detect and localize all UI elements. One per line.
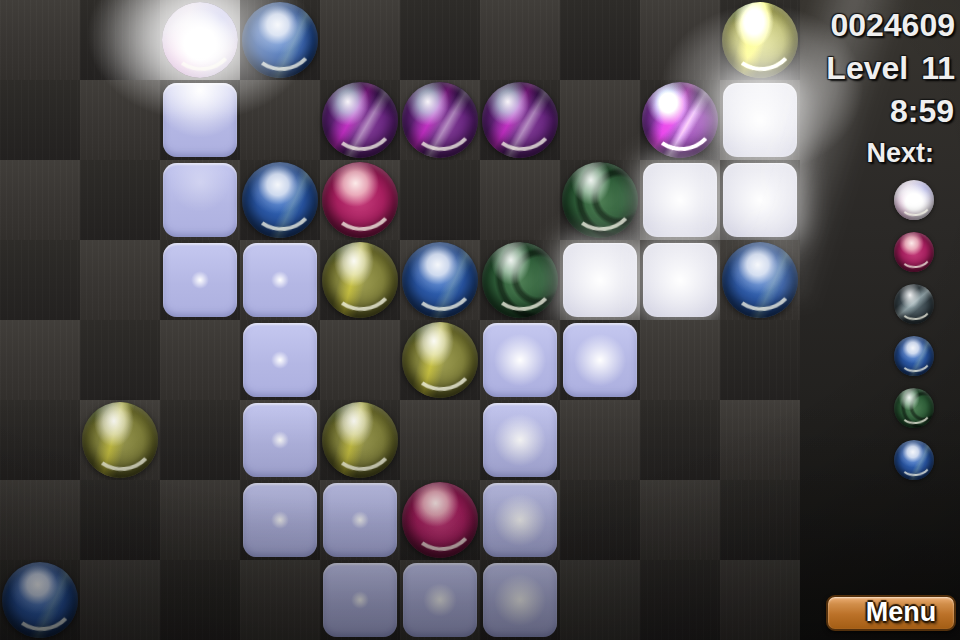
menu-button[interactable]: Menu bbox=[826, 595, 956, 631]
path-tile[interactable] bbox=[163, 243, 237, 317]
board-cell-r2c9[interactable] bbox=[720, 160, 800, 240]
board-cell-r2c3[interactable] bbox=[240, 160, 320, 240]
yellow-marble[interactable] bbox=[322, 402, 398, 478]
blue-marble[interactable] bbox=[242, 2, 318, 78]
glow-tile[interactable] bbox=[163, 83, 237, 157]
board-cell-r6c1[interactable] bbox=[80, 480, 160, 560]
flash-tile[interactable] bbox=[643, 163, 717, 237]
board-cell-r4c0[interactable] bbox=[0, 320, 80, 400]
board-cell-r0c6[interactable] bbox=[480, 0, 560, 80]
board-cell-r6c6[interactable] bbox=[480, 480, 560, 560]
board-cell-r7c2[interactable] bbox=[160, 560, 240, 640]
board-cell-r4c9[interactable] bbox=[720, 320, 800, 400]
board-cell-r4c8[interactable] bbox=[640, 320, 720, 400]
board-cell-r1c5[interactable] bbox=[400, 80, 480, 160]
board-cell-r7c4[interactable] bbox=[320, 560, 400, 640]
yellow-marble[interactable] bbox=[322, 242, 398, 318]
board-cell-r6c0[interactable] bbox=[0, 480, 80, 560]
blue-marble[interactable] bbox=[722, 242, 798, 318]
board-cell-r4c6[interactable] bbox=[480, 320, 560, 400]
board-cell-r1c0[interactable] bbox=[0, 80, 80, 160]
board-cell-r1c7[interactable] bbox=[560, 80, 640, 160]
board-cell-r0c2[interactable] bbox=[160, 0, 240, 80]
board-cell-r0c0[interactable] bbox=[0, 0, 80, 80]
board-cell-r2c8[interactable] bbox=[640, 160, 720, 240]
timer-display: 8:59 bbox=[800, 93, 954, 130]
path-tile[interactable] bbox=[243, 323, 317, 397]
board-cell-r6c2[interactable] bbox=[160, 480, 240, 560]
glow-tile[interactable] bbox=[483, 403, 557, 477]
level-label: Level bbox=[826, 50, 908, 86]
board-cell-r7c1[interactable] bbox=[80, 560, 160, 640]
board-cell-r7c0[interactable] bbox=[0, 560, 80, 640]
path-tile[interactable] bbox=[243, 243, 317, 317]
board-cell-r0c7[interactable] bbox=[560, 0, 640, 80]
board-cell-r4c7[interactable] bbox=[560, 320, 640, 400]
yellow-marble[interactable] bbox=[402, 322, 478, 398]
board-cell-r2c0[interactable] bbox=[0, 160, 80, 240]
board-cell-r3c5[interactable] bbox=[400, 240, 480, 320]
game-screen: 0024609 Level11 8:59 Next: Menu bbox=[0, 0, 960, 640]
glow-tile[interactable] bbox=[483, 563, 557, 637]
board-cell-r0c4[interactable] bbox=[320, 0, 400, 80]
board-cell-r1c4[interactable] bbox=[320, 80, 400, 160]
board-cell-r3c8[interactable] bbox=[640, 240, 720, 320]
board-cell-r4c3[interactable] bbox=[240, 320, 320, 400]
board-cell-r4c2[interactable] bbox=[160, 320, 240, 400]
purple-marble[interactable] bbox=[402, 82, 478, 158]
board-cell-r7c6[interactable] bbox=[480, 560, 560, 640]
board-cell-r5c1[interactable] bbox=[80, 400, 160, 480]
path-tile[interactable] bbox=[403, 563, 477, 637]
board-cell-r0c5[interactable] bbox=[400, 0, 480, 80]
board-cell-r2c7[interactable] bbox=[560, 160, 640, 240]
board-cell-r2c6[interactable] bbox=[480, 160, 560, 240]
board-cell-r1c8[interactable] bbox=[640, 80, 720, 160]
score-display: 0024609 bbox=[801, 7, 955, 44]
board-cell-r0c1[interactable] bbox=[80, 0, 160, 80]
next-queue bbox=[894, 180, 934, 480]
hud-sidebar: 0024609 Level11 8:59 Next: Menu bbox=[800, 0, 960, 640]
board-cell-r5c3[interactable] bbox=[240, 400, 320, 480]
board-cell-r5c8[interactable] bbox=[640, 400, 720, 480]
board-cell-r0c9[interactable] bbox=[720, 0, 800, 80]
board-cell-r3c3[interactable] bbox=[240, 240, 320, 320]
board-cell-r5c9[interactable] bbox=[720, 400, 800, 480]
flash-tile[interactable] bbox=[563, 243, 637, 317]
board-cell-r3c0[interactable] bbox=[0, 240, 80, 320]
board-cell-r5c7[interactable] bbox=[560, 400, 640, 480]
board-cell-r5c4[interactable] bbox=[320, 400, 400, 480]
green-marble-preview bbox=[894, 388, 934, 428]
board-cell-r6c4[interactable] bbox=[320, 480, 400, 560]
purple-marble[interactable] bbox=[482, 82, 558, 158]
yellow-marble[interactable] bbox=[722, 2, 798, 78]
pink-marble-preview bbox=[894, 232, 934, 272]
board-cell-r3c9[interactable] bbox=[720, 240, 800, 320]
board-cell-r1c1[interactable] bbox=[80, 80, 160, 160]
white-marble-preview bbox=[894, 180, 934, 220]
board-cell-r6c5[interactable] bbox=[400, 480, 480, 560]
glow-tile[interactable] bbox=[563, 323, 637, 397]
next-label: Next: bbox=[804, 138, 934, 169]
board-cell-r7c5[interactable] bbox=[400, 560, 480, 640]
path-tile[interactable] bbox=[323, 483, 397, 557]
blue-marble-preview bbox=[894, 336, 934, 376]
board-cell-r5c0[interactable] bbox=[0, 400, 80, 480]
board-cell-r0c8[interactable] bbox=[640, 0, 720, 80]
pink-marble[interactable] bbox=[322, 162, 398, 238]
flash-tile[interactable] bbox=[723, 83, 797, 157]
board-cell-r4c5[interactable] bbox=[400, 320, 480, 400]
blue-marble[interactable] bbox=[402, 242, 478, 318]
board-cell-r6c8[interactable] bbox=[640, 480, 720, 560]
board-cell-r3c2[interactable] bbox=[160, 240, 240, 320]
blue-marble-preview bbox=[894, 440, 934, 480]
flash-tile[interactable] bbox=[723, 163, 797, 237]
board-cell-r6c7[interactable] bbox=[560, 480, 640, 560]
board-cell-r3c1[interactable] bbox=[80, 240, 160, 320]
blue-marble[interactable] bbox=[2, 562, 78, 638]
board-cell-r6c3[interactable] bbox=[240, 480, 320, 560]
board-cell-r1c3[interactable] bbox=[240, 80, 320, 160]
pink-marble[interactable] bbox=[402, 482, 478, 558]
board-cell-r7c9[interactable] bbox=[720, 560, 800, 640]
board-cell-r6c9[interactable] bbox=[720, 480, 800, 560]
blue-marble[interactable] bbox=[242, 162, 318, 238]
board-cell-r3c4[interactable] bbox=[320, 240, 400, 320]
board-cell-r0c3[interactable] bbox=[240, 0, 320, 80]
board-cell-r2c4[interactable] bbox=[320, 160, 400, 240]
game-board[interactable] bbox=[0, 0, 800, 640]
board-cell-r4c1[interactable] bbox=[80, 320, 160, 400]
green-marble[interactable] bbox=[482, 242, 558, 318]
path-tile[interactable] bbox=[323, 563, 397, 637]
flash-tile[interactable] bbox=[643, 243, 717, 317]
board-cell-r5c5[interactable] bbox=[400, 400, 480, 480]
board-cell-r1c6[interactable] bbox=[480, 80, 560, 160]
board-cell-r3c6[interactable] bbox=[480, 240, 560, 320]
board-cell-r2c5[interactable] bbox=[400, 160, 480, 240]
silver-marble-preview bbox=[894, 284, 934, 324]
board-cell-r7c8[interactable] bbox=[640, 560, 720, 640]
green-marble[interactable] bbox=[562, 162, 638, 238]
board-cell-r1c9[interactable] bbox=[720, 80, 800, 160]
glow-tile[interactable] bbox=[483, 483, 557, 557]
purple-marble[interactable] bbox=[642, 82, 718, 158]
board-cell-r2c1[interactable] bbox=[80, 160, 160, 240]
board-cell-r2c2[interactable] bbox=[160, 160, 240, 240]
purple-marble[interactable] bbox=[322, 82, 398, 158]
path-tile[interactable] bbox=[243, 483, 317, 557]
path-tile[interactable] bbox=[163, 163, 237, 237]
board-cell-r3c7[interactable] bbox=[560, 240, 640, 320]
board-cell-r7c3[interactable] bbox=[240, 560, 320, 640]
level-value: 11 bbox=[921, 50, 955, 86]
board-cell-r7c7[interactable] bbox=[560, 560, 640, 640]
board-cell-r5c6[interactable] bbox=[480, 400, 560, 480]
white-flash-marble[interactable] bbox=[162, 2, 238, 78]
board-cell-r5c2[interactable] bbox=[160, 400, 240, 480]
yellow-marble[interactable] bbox=[82, 402, 158, 478]
level-display: Level11 bbox=[801, 50, 955, 87]
board-cell-r4c4[interactable] bbox=[320, 320, 400, 400]
path-tile[interactable] bbox=[243, 403, 317, 477]
glow-tile[interactable] bbox=[483, 323, 557, 397]
board-cell-r1c2[interactable] bbox=[160, 80, 240, 160]
